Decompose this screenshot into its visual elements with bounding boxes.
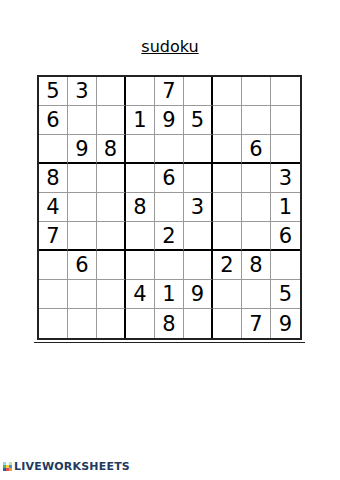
empty-cell-r5c7[interactable] [213,193,242,222]
empty-cell-r3c9[interactable] [271,135,300,164]
given-cell-r4c5: 6 [155,164,184,193]
empty-cell-r3c4[interactable] [126,135,155,164]
empty-cell-r9c3[interactable] [97,309,126,338]
empty-cell-r1c6[interactable] [184,77,213,106]
given-cell-r1c1: 5 [39,77,68,106]
empty-cell-r9c6[interactable] [184,309,213,338]
empty-cell-r7c6[interactable] [184,251,213,280]
given-cell-r3c8: 6 [242,135,271,164]
given-cell-r5c6: 3 [184,193,213,222]
empty-cell-r6c4[interactable] [126,222,155,251]
empty-cell-r5c8[interactable] [242,193,271,222]
given-cell-r9c9: 9 [271,309,300,338]
empty-cell-r4c7[interactable] [213,164,242,193]
given-cell-r2c6: 5 [184,106,213,135]
given-cell-r5c4: 8 [126,193,155,222]
empty-cell-r1c4[interactable] [126,77,155,106]
given-cell-r8c9: 5 [271,280,300,309]
empty-cell-r3c1[interactable] [39,135,68,164]
empty-cell-r3c6[interactable] [184,135,213,164]
empty-cell-r4c4[interactable] [126,164,155,193]
given-cell-r1c5: 7 [155,77,184,106]
empty-cell-r7c4[interactable] [126,251,155,280]
empty-cell-r9c1[interactable] [39,309,68,338]
empty-cell-r3c5[interactable] [155,135,184,164]
worksheet-page: sudoku 537619598686348317266284195879 LI… [0,0,340,480]
empty-cell-r4c8[interactable] [242,164,271,193]
page-title: sudoku [0,0,340,56]
empty-cell-r2c9[interactable] [271,106,300,135]
sudoku-board-wrap: 537619598686348317266284195879 [37,75,302,343]
empty-cell-r4c2[interactable] [68,164,97,193]
empty-cell-r8c3[interactable] [97,280,126,309]
empty-cell-r7c3[interactable] [97,251,126,280]
given-cell-r8c4: 4 [126,280,155,309]
empty-cell-r7c1[interactable] [39,251,68,280]
given-cell-r1c2: 3 [68,77,97,106]
empty-cell-r8c7[interactable] [213,280,242,309]
empty-cell-r5c2[interactable] [68,193,97,222]
given-cell-r2c5: 9 [155,106,184,135]
empty-cell-r1c7[interactable] [213,77,242,106]
empty-cell-r5c3[interactable] [97,193,126,222]
board-underline [34,342,305,343]
empty-cell-r6c7[interactable] [213,222,242,251]
empty-cell-r1c9[interactable] [271,77,300,106]
given-cell-r9c8: 7 [242,309,271,338]
empty-cell-r5c5[interactable] [155,193,184,222]
given-cell-r2c1: 6 [39,106,68,135]
given-cell-r8c6: 9 [184,280,213,309]
empty-cell-r9c7[interactable] [213,309,242,338]
given-cell-r6c9: 6 [271,222,300,251]
given-cell-r8c5: 1 [155,280,184,309]
empty-cell-r2c7[interactable] [213,106,242,135]
empty-cell-r2c2[interactable] [68,106,97,135]
given-cell-r9c5: 8 [155,309,184,338]
brand-name[interactable]: LIVEWORKSHEETS [14,460,130,473]
brand-footer: LIVEWORKSHEETS [3,460,130,473]
given-cell-r4c1: 8 [39,164,68,193]
empty-cell-r4c3[interactable] [97,164,126,193]
given-cell-r7c7: 2 [213,251,242,280]
empty-cell-r2c8[interactable] [242,106,271,135]
empty-cell-r8c8[interactable] [242,280,271,309]
given-cell-r5c1: 4 [39,193,68,222]
empty-cell-r6c3[interactable] [97,222,126,251]
given-cell-r5c9: 1 [271,193,300,222]
empty-cell-r9c4[interactable] [126,309,155,338]
empty-cell-r2c3[interactable] [97,106,126,135]
sudoku-board: 537619598686348317266284195879 [37,75,302,340]
given-cell-r6c1: 7 [39,222,68,251]
empty-cell-r6c2[interactable] [68,222,97,251]
given-cell-r2c4: 1 [126,106,155,135]
empty-cell-r4c6[interactable] [184,164,213,193]
empty-cell-r7c5[interactable] [155,251,184,280]
empty-cell-r1c3[interactable] [97,77,126,106]
given-cell-r7c8: 8 [242,251,271,280]
empty-cell-r6c8[interactable] [242,222,271,251]
empty-cell-r9c2[interactable] [68,309,97,338]
liveworksheets-logo-icon[interactable] [3,462,12,471]
empty-cell-r8c2[interactable] [68,280,97,309]
given-cell-r3c2: 9 [68,135,97,164]
empty-cell-r7c9[interactable] [271,251,300,280]
empty-cell-r1c8[interactable] [242,77,271,106]
given-cell-r6c5: 2 [155,222,184,251]
empty-cell-r6c6[interactable] [184,222,213,251]
empty-cell-r3c7[interactable] [213,135,242,164]
given-cell-r3c3: 8 [97,135,126,164]
empty-cell-r8c1[interactable] [39,280,68,309]
given-cell-r4c9: 3 [271,164,300,193]
given-cell-r7c2: 6 [68,251,97,280]
logo-tile [9,468,12,471]
